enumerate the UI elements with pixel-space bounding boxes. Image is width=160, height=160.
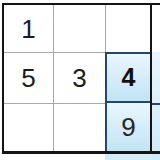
cell-r1c2[interactable] xyxy=(54,5,105,52)
sudoku-board-crop: 1 5 3 4 9 xyxy=(0,0,160,160)
highlight-sliver-divider xyxy=(152,103,160,105)
box-border-right xyxy=(150,3,152,154)
cell-r3c2[interactable] xyxy=(54,104,105,151)
cell-r3c1[interactable] xyxy=(4,104,53,151)
cell-r2c3-selected[interactable]: 4 xyxy=(107,54,150,101)
highlight-sliver-right xyxy=(152,52,160,160)
box-border-bottom xyxy=(2,151,160,154)
cell-r1c3[interactable] xyxy=(106,5,150,52)
cell-r2c2[interactable]: 3 xyxy=(54,53,105,103)
cell-r2c1[interactable]: 5 xyxy=(4,53,53,103)
cell-r1c1[interactable]: 1 xyxy=(4,5,53,52)
highlight-sliver-bottom xyxy=(105,154,152,160)
cell-r3c3-highlighted[interactable]: 9 xyxy=(107,105,150,149)
